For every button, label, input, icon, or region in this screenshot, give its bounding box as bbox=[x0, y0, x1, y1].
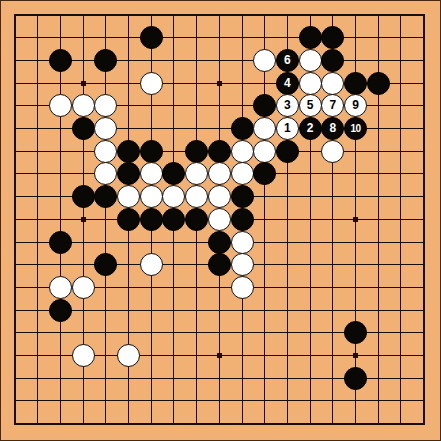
black-stone bbox=[185, 208, 208, 231]
white-stone bbox=[299, 49, 322, 72]
move-number: 3 bbox=[277, 95, 298, 116]
white-stone bbox=[140, 162, 163, 185]
star-point bbox=[353, 353, 358, 358]
black-stone bbox=[140, 208, 163, 231]
white-stone bbox=[231, 162, 254, 185]
black-stone bbox=[72, 117, 95, 140]
black-stone-move-10: 10 bbox=[344, 117, 367, 140]
black-stone-move-8: 8 bbox=[321, 117, 344, 140]
white-stone bbox=[231, 231, 254, 254]
black-stone bbox=[208, 140, 231, 163]
white-stone-move-1: 1 bbox=[276, 117, 299, 140]
black-stone bbox=[208, 253, 231, 276]
white-stone bbox=[140, 253, 163, 276]
white-stone bbox=[299, 72, 322, 95]
white-stone-move-3: 3 bbox=[276, 94, 299, 117]
black-stone bbox=[117, 140, 140, 163]
white-stone-move-9: 9 bbox=[344, 94, 367, 117]
grid-line-horizontal bbox=[15, 400, 424, 401]
go-board-frame: 64357912810 bbox=[0, 0, 441, 441]
move-number: 1 bbox=[277, 118, 298, 139]
black-stone bbox=[367, 72, 390, 95]
black-stone bbox=[299, 26, 322, 49]
white-stone bbox=[117, 185, 140, 208]
black-stone bbox=[276, 140, 299, 163]
white-stone bbox=[253, 49, 276, 72]
black-stone-move-4: 4 bbox=[276, 72, 299, 95]
black-stone bbox=[231, 185, 254, 208]
black-stone bbox=[344, 367, 367, 390]
white-stone bbox=[117, 344, 140, 367]
white-stone bbox=[231, 140, 254, 163]
move-number: 6 bbox=[277, 50, 298, 71]
grid-line-horizontal bbox=[15, 310, 424, 311]
white-stone bbox=[94, 140, 117, 163]
white-stone bbox=[140, 72, 163, 95]
black-stone bbox=[49, 299, 72, 322]
black-stone bbox=[140, 140, 163, 163]
move-number: 10 bbox=[345, 118, 366, 139]
move-number: 2 bbox=[300, 118, 321, 139]
black-stone bbox=[72, 185, 95, 208]
white-stone-move-5: 5 bbox=[299, 94, 322, 117]
black-stone bbox=[231, 117, 254, 140]
white-stone bbox=[49, 276, 72, 299]
white-stone bbox=[208, 208, 231, 231]
star-point bbox=[81, 217, 86, 222]
black-stone bbox=[49, 49, 72, 72]
go-board: 64357912810 bbox=[1, 1, 440, 440]
white-stone bbox=[72, 94, 95, 117]
grid-line-vertical bbox=[400, 15, 401, 424]
move-number: 9 bbox=[345, 95, 366, 116]
white-stone bbox=[140, 185, 163, 208]
white-stone bbox=[253, 140, 276, 163]
move-number: 7 bbox=[322, 95, 343, 116]
black-stone bbox=[140, 26, 163, 49]
white-stone bbox=[321, 72, 344, 95]
white-stone bbox=[208, 185, 231, 208]
white-stone bbox=[72, 344, 95, 367]
move-number: 5 bbox=[300, 95, 321, 116]
star-point bbox=[81, 81, 86, 86]
white-stone bbox=[231, 253, 254, 276]
black-stone bbox=[185, 140, 208, 163]
black-stone bbox=[208, 231, 231, 254]
black-stone-move-6: 6 bbox=[276, 49, 299, 72]
grid-line-vertical bbox=[264, 15, 265, 424]
star-point bbox=[217, 81, 222, 86]
white-stone-move-7: 7 bbox=[321, 94, 344, 117]
black-stone bbox=[49, 231, 72, 254]
star-point bbox=[353, 217, 358, 222]
white-stone bbox=[231, 276, 254, 299]
move-number: 8 bbox=[322, 118, 343, 139]
black-stone bbox=[117, 208, 140, 231]
black-stone-move-2: 2 bbox=[299, 117, 322, 140]
move-number: 4 bbox=[277, 73, 298, 94]
white-stone bbox=[72, 276, 95, 299]
star-point bbox=[217, 353, 222, 358]
white-stone bbox=[321, 140, 344, 163]
black-stone bbox=[344, 72, 367, 95]
black-stone bbox=[231, 208, 254, 231]
